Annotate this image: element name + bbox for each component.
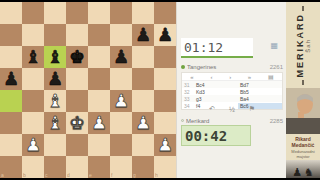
- square-h4[interactable]: [154, 90, 176, 112]
- white-pawn: ♟: [113, 90, 129, 112]
- board-menu-icon[interactable]: ▤: [268, 73, 274, 80]
- square-a6[interactable]: [0, 46, 22, 68]
- takeback-icon[interactable]: ↶: [209, 105, 215, 113]
- square-d8[interactable]: [66, 2, 88, 24]
- black-bishop: ♝: [47, 46, 63, 68]
- prev-move-icon[interactable]: ‹: [210, 74, 212, 80]
- square-e6[interactable]: [88, 46, 110, 68]
- square-b5[interactable]: [22, 68, 44, 90]
- online-dot: [181, 119, 184, 122]
- divider: [302, 6, 304, 11]
- draw-offer-icon[interactable]: ½: [229, 106, 235, 113]
- black-bishop: ♝: [25, 46, 41, 68]
- square-d2[interactable]: [66, 134, 88, 156]
- square-c8[interactable]: [44, 2, 66, 24]
- square-e1[interactable]: e: [88, 156, 110, 178]
- black-move[interactable]: Ba4: [238, 96, 282, 102]
- square-b7[interactable]: [22, 24, 44, 46]
- move-number: 32: [182, 89, 194, 95]
- square-g4[interactable]: [132, 90, 154, 112]
- square-a5[interactable]: ♟: [0, 68, 22, 90]
- next-move-icon[interactable]: ›: [229, 74, 231, 80]
- square-g5[interactable]: [132, 68, 154, 90]
- square-b1[interactable]: b: [22, 156, 44, 178]
- brand-name: MERIKARD: [295, 13, 305, 78]
- square-b4[interactable]: [22, 90, 44, 112]
- square-d4[interactable]: [66, 90, 88, 112]
- square-g8[interactable]: [132, 2, 154, 24]
- bottom-player-row: Merikard 2285: [181, 116, 283, 125]
- white-bishop: ♝: [47, 90, 63, 112]
- square-f4[interactable]: ♟: [110, 90, 132, 112]
- square-b2[interactable]: ♟: [22, 134, 44, 156]
- streamer-title: Međunarodni majstor: [286, 149, 320, 159]
- square-h8[interactable]: [154, 2, 176, 24]
- black-pawn: ♟: [113, 46, 129, 68]
- channel-brand: MERIKARD Šah: [286, 2, 320, 88]
- game-actions: ↶ ½ ⚑: [181, 104, 283, 114]
- square-g6[interactable]: [132, 46, 154, 68]
- white-bishop: ♝: [47, 112, 63, 134]
- square-f7[interactable]: [110, 24, 132, 46]
- square-b8[interactable]: [22, 2, 44, 24]
- square-f5[interactable]: [110, 68, 132, 90]
- resign-flag-icon[interactable]: ⚑: [249, 105, 255, 113]
- square-g3[interactable]: ♟: [132, 112, 154, 134]
- square-h3[interactable]: [154, 112, 176, 134]
- square-a1[interactable]: a: [0, 156, 22, 178]
- square-f1[interactable]: f: [110, 156, 132, 178]
- square-b3[interactable]: [22, 112, 44, 134]
- square-f6[interactable]: ♟: [110, 46, 132, 68]
- top-player-row: Tangerines 2261: [181, 62, 283, 71]
- square-f2[interactable]: [110, 134, 132, 156]
- square-h2[interactable]: ♟: [154, 134, 176, 156]
- bottom-clock-time: 00:42: [185, 128, 227, 144]
- top-clock: 01:12: [181, 38, 253, 58]
- white-king: ♚: [69, 112, 85, 134]
- stream-sidebar: MERIKARD Šah Rikard Medančić Međunarodni…: [286, 2, 320, 178]
- white-pawn: ♟: [25, 134, 41, 156]
- square-c3[interactable]: ♝: [44, 112, 66, 134]
- board-settings-icon[interactable]: ▦: [270, 42, 278, 50]
- last-move-icon[interactable]: »: [248, 74, 251, 80]
- move-number: 33: [182, 96, 194, 102]
- square-e8[interactable]: [88, 2, 110, 24]
- black-king: ♚: [69, 46, 85, 68]
- video-frame: ♟♟♝♝♚♟♟♟♝♟♝♚♟♟♟♟abcdefgh 01:12 ▦ Tangeri…: [0, 0, 320, 180]
- white-pawn: ♟: [135, 112, 151, 134]
- square-f3[interactable]: [110, 112, 132, 134]
- square-a7[interactable]: [0, 24, 22, 46]
- square-b6[interactable]: ♝: [22, 46, 44, 68]
- move-number: 31: [182, 82, 194, 88]
- square-g2[interactable]: [132, 134, 154, 156]
- brand-subtitle: Šah: [305, 39, 311, 53]
- streamer-caption: Rikard Medančić Međunarodni majstor FIDE…: [286, 134, 320, 160]
- square-c1[interactable]: c: [44, 156, 66, 178]
- streamer-portrait-graphic: [286, 88, 320, 134]
- square-g1[interactable]: g: [132, 156, 154, 178]
- white-move[interactable]: Bc4: [194, 82, 238, 88]
- game-panel: 01:12 ▦ Tangerines 2261 «‹›»▤ 31Bc4Bd732…: [176, 2, 286, 178]
- square-g7[interactable]: ♟: [132, 24, 154, 46]
- square-a2[interactable]: [0, 134, 22, 156]
- white-pawn: ♟: [91, 112, 107, 134]
- square-a4[interactable]: [0, 90, 22, 112]
- top-player-rating: 2261: [270, 64, 283, 70]
- first-move-icon[interactable]: «: [190, 74, 193, 80]
- square-h1[interactable]: h: [154, 156, 176, 178]
- top-clock-time: 01:12: [184, 40, 223, 55]
- square-f8[interactable]: [110, 2, 132, 24]
- pawn-silhouette-icon: ♟: [292, 166, 302, 178]
- chess-pieces-photo: ♟ ♞: [286, 160, 320, 178]
- move-row-33: 33g3Ba4: [182, 95, 282, 102]
- square-d5[interactable]: [66, 68, 88, 90]
- square-c6[interactable]: ♝: [44, 46, 66, 68]
- square-c4[interactable]: ♝: [44, 90, 66, 112]
- square-d6[interactable]: ♚: [66, 46, 88, 68]
- white-move[interactable]: g3: [194, 96, 238, 102]
- square-e7[interactable]: [88, 24, 110, 46]
- square-e2[interactable]: [88, 134, 110, 156]
- square-a8[interactable]: [0, 2, 22, 24]
- streamer-photo: [286, 88, 320, 134]
- black-pawn: ♟: [47, 68, 63, 90]
- square-c2[interactable]: [44, 134, 66, 156]
- square-a3[interactable]: [0, 112, 22, 134]
- black-move[interactable]: Bd7: [238, 82, 282, 88]
- black-pawn: ♟: [135, 24, 151, 46]
- letterbox-bottom: [0, 178, 320, 180]
- online-dot: [181, 65, 185, 69]
- square-c5[interactable]: ♟: [44, 68, 66, 90]
- square-d1[interactable]: d: [66, 156, 88, 178]
- white-pawn: ♟: [157, 134, 173, 156]
- black-pawn: ♟: [157, 24, 173, 46]
- square-c7[interactable]: [44, 24, 66, 46]
- bottom-clock-active: 00:42: [181, 125, 251, 146]
- knight-silhouette-icon: ♞: [304, 166, 314, 178]
- move-nav: «‹›»▤: [182, 73, 282, 81]
- letterbox-top: [0, 0, 320, 2]
- top-player-name[interactable]: Tangerines: [187, 64, 270, 70]
- streamer-name: Rikard Medančić: [286, 136, 320, 148]
- bottom-player-rating: 2285: [270, 118, 283, 124]
- square-h7[interactable]: ♟: [154, 24, 176, 46]
- square-d3[interactable]: ♚: [66, 112, 88, 134]
- square-e3[interactable]: ♟: [88, 112, 110, 134]
- divider: [302, 80, 304, 85]
- black-move[interactable]: Bb5: [238, 89, 282, 95]
- white-move[interactable]: Kd3: [194, 89, 238, 95]
- black-pawn: ♟: [3, 68, 19, 90]
- square-d7[interactable]: [66, 24, 88, 46]
- move-row-31: 31Bc4Bd7: [182, 81, 282, 88]
- square-h5[interactable]: [154, 68, 176, 90]
- square-e4[interactable]: [88, 90, 110, 112]
- square-h6[interactable]: [154, 46, 176, 68]
- bottom-player-name[interactable]: Merikard: [186, 118, 270, 124]
- board[interactable]: ♟♟♝♝♚♟♟♟♝♟♝♚♟♟♟♟abcdefgh: [0, 2, 176, 178]
- move-row-32: 32Kd3Bb5: [182, 88, 282, 95]
- square-e5[interactable]: [88, 68, 110, 90]
